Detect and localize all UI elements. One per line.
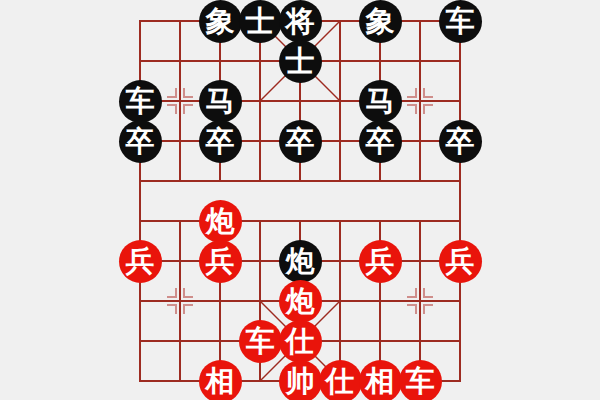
piece-black-cannon[interactable]: 炮 [279,240,322,283]
piece-red-pawn[interactable]: 兵 [199,240,242,283]
piece-black-king[interactable]: 将 [279,0,322,43]
piece-red-chariot[interactable]: 车 [399,360,442,400]
piece-red-pawn[interactable]: 兵 [439,240,482,283]
piece-red-pawn[interactable]: 兵 [359,240,402,283]
piece-red-king[interactable]: 帅 [279,360,322,400]
piece-red-elephant[interactable]: 相 [359,360,402,400]
piece-black-chariot[interactable]: 车 [119,80,162,123]
piece-red-cannon[interactable]: 炮 [199,200,242,243]
piece-black-pawn[interactable]: 卒 [119,120,162,163]
piece-black-chariot[interactable]: 车 [439,0,482,43]
piece-black-pawn[interactable]: 卒 [439,120,482,163]
piece-black-pawn[interactable]: 卒 [199,120,242,163]
piece-red-cannon[interactable]: 炮 [279,280,322,323]
piece-black-horse[interactable]: 马 [199,80,242,123]
piece-red-elephant[interactable]: 相 [199,360,242,400]
piece-black-pawn[interactable]: 卒 [359,120,402,163]
piece-black-pawn[interactable]: 卒 [279,120,322,163]
piece-red-pawn[interactable]: 兵 [119,240,162,283]
piece-black-horse[interactable]: 马 [359,80,402,123]
piece-black-advisor[interactable]: 士 [239,0,282,43]
piece-red-advisor[interactable]: 仕 [319,360,362,400]
piece-red-advisor[interactable]: 仕 [279,320,322,363]
piece-black-elephant[interactable]: 象 [199,0,242,43]
xiangqi-board: 象士将象车士车马马卒卒卒卒卒炮兵兵炮兵兵炮车仕相帅仕相车 [0,0,600,400]
piece-black-advisor[interactable]: 士 [279,40,322,83]
piece-grid: 象士将象车士车马马卒卒卒卒卒炮兵兵炮兵兵炮车仕相帅仕相车 [120,1,480,400]
piece-red-chariot[interactable]: 车 [239,320,282,363]
piece-black-elephant[interactable]: 象 [359,0,402,43]
